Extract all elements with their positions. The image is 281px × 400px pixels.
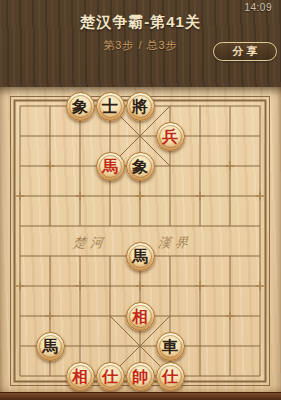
point-marker: [16, 192, 24, 200]
level-title: 楚汉争霸-第41关: [0, 13, 281, 32]
piece-red-general[interactable]: 帥: [126, 362, 155, 391]
header: 14:09 楚汉争霸-第41关 第3步 / 总3步 分享: [0, 0, 281, 87]
piece-red-elephant[interactable]: 相: [66, 362, 95, 391]
piece-black-horse[interactable]: 馬: [36, 332, 65, 361]
point-marker: [226, 162, 234, 170]
river-label-chu: 楚河: [59, 234, 120, 252]
point-marker: [136, 282, 144, 290]
app-screen: 14:09 楚汉争霸-第41关 第3步 / 总3步 分享 楚河 漢界 象士將兵馬…: [0, 0, 281, 400]
point-marker: [16, 282, 24, 290]
point-marker: [226, 312, 234, 320]
piece-red-soldier[interactable]: 兵: [156, 122, 185, 151]
point-marker: [196, 192, 204, 200]
piece-red-horse[interactable]: 馬: [96, 152, 125, 181]
status-time: 14:09: [244, 2, 272, 13]
point-marker: [76, 192, 84, 200]
point-marker: [256, 192, 264, 200]
piece-black-elephant[interactable]: 象: [126, 152, 155, 181]
piece-red-advisor[interactable]: 仕: [96, 362, 125, 391]
piece-black-elephant[interactable]: 象: [66, 92, 95, 121]
xiangqi-board: 楚河 漢界 象士將兵馬象馬相馬車相仕帥仕: [0, 87, 281, 392]
piece-red-advisor[interactable]: 仕: [156, 362, 185, 391]
share-button[interactable]: 分享: [213, 42, 277, 61]
point-marker: [76, 282, 84, 290]
point-marker: [46, 312, 54, 320]
point-marker: [196, 282, 204, 290]
point-marker: [136, 192, 144, 200]
piece-black-advisor[interactable]: 士: [96, 92, 125, 121]
board-bottom-edge: [0, 392, 281, 400]
point-marker: [46, 162, 54, 170]
piece-black-horse[interactable]: 馬: [126, 242, 155, 271]
piece-red-elephant[interactable]: 相: [126, 302, 155, 331]
piece-black-general[interactable]: 將: [126, 92, 155, 121]
point-marker: [256, 282, 264, 290]
piece-black-chariot[interactable]: 車: [156, 332, 185, 361]
